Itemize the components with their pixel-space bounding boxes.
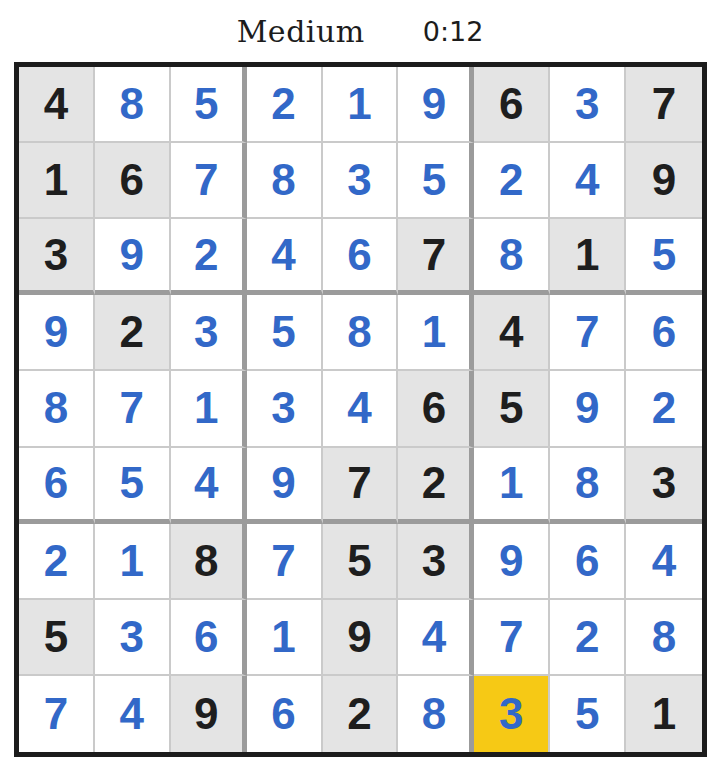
cell-r4c5[interactable]: 8: [323, 295, 399, 371]
cell-r6c3[interactable]: 4: [171, 448, 247, 524]
cell-r8c1[interactable]: 5: [19, 600, 95, 676]
cell-r7c3[interactable]: 8: [171, 524, 247, 600]
cell-r3c8[interactable]: 1: [550, 219, 626, 295]
cell-r3c1[interactable]: 3: [19, 219, 95, 295]
cell-r3c7[interactable]: 8: [474, 219, 550, 295]
cell-r6c2[interactable]: 5: [95, 448, 171, 524]
cell-r3c9[interactable]: 5: [626, 219, 702, 295]
cell-r2c4[interactable]: 8: [247, 143, 323, 219]
cell-r5c7[interactable]: 5: [474, 371, 550, 447]
game-header: Medium 0:12: [0, 0, 720, 62]
cell-r5c2[interactable]: 7: [95, 371, 171, 447]
cell-r1c2[interactable]: 8: [95, 67, 171, 143]
cell-r4c8[interactable]: 7: [550, 295, 626, 371]
cell-r3c2[interactable]: 9: [95, 219, 171, 295]
cell-r7c6[interactable]: 3: [398, 524, 474, 600]
cell-r9c5[interactable]: 2: [323, 676, 399, 752]
cell-r8c3[interactable]: 6: [171, 600, 247, 676]
cell-r4c3[interactable]: 3: [171, 295, 247, 371]
cell-r2c7[interactable]: 2: [474, 143, 550, 219]
sudoku-page: Medium 0:12 4852196371678352493924678159…: [0, 0, 720, 764]
cell-r9c9[interactable]: 1: [626, 676, 702, 752]
cell-r7c7[interactable]: 9: [474, 524, 550, 600]
cell-r8c9[interactable]: 8: [626, 600, 702, 676]
cell-r6c4[interactable]: 9: [247, 448, 323, 524]
cell-r5c5[interactable]: 4: [323, 371, 399, 447]
cell-r8c8[interactable]: 2: [550, 600, 626, 676]
cell-r9c2[interactable]: 4: [95, 676, 171, 752]
cell-r5c3[interactable]: 1: [171, 371, 247, 447]
cell-r7c8[interactable]: 6: [550, 524, 626, 600]
cell-r2c6[interactable]: 5: [398, 143, 474, 219]
cell-r2c9[interactable]: 9: [626, 143, 702, 219]
cell-r8c6[interactable]: 4: [398, 600, 474, 676]
cell-r3c6[interactable]: 7: [398, 219, 474, 295]
cell-r9c8[interactable]: 5: [550, 676, 626, 752]
cell-r9c7[interactable]: 3: [474, 676, 550, 752]
cell-r2c3[interactable]: 7: [171, 143, 247, 219]
cell-r1c8[interactable]: 3: [550, 67, 626, 143]
cell-r7c5[interactable]: 5: [323, 524, 399, 600]
cell-r2c5[interactable]: 3: [323, 143, 399, 219]
cell-r4c7[interactable]: 4: [474, 295, 550, 371]
cell-r8c5[interactable]: 9: [323, 600, 399, 676]
cell-r1c4[interactable]: 2: [247, 67, 323, 143]
cell-r6c6[interactable]: 2: [398, 448, 474, 524]
cell-r1c5[interactable]: 1: [323, 67, 399, 143]
cell-r1c9[interactable]: 7: [626, 67, 702, 143]
cell-r6c7[interactable]: 1: [474, 448, 550, 524]
cell-r5c4[interactable]: 3: [247, 371, 323, 447]
cell-r4c6[interactable]: 1: [398, 295, 474, 371]
cell-r2c8[interactable]: 4: [550, 143, 626, 219]
cell-r5c8[interactable]: 9: [550, 371, 626, 447]
cell-r4c1[interactable]: 9: [19, 295, 95, 371]
cell-r9c1[interactable]: 7: [19, 676, 95, 752]
cell-r7c9[interactable]: 4: [626, 524, 702, 600]
cell-r6c1[interactable]: 6: [19, 448, 95, 524]
cell-r7c4[interactable]: 7: [247, 524, 323, 600]
cell-r1c3[interactable]: 5: [171, 67, 247, 143]
cell-r3c4[interactable]: 4: [247, 219, 323, 295]
cell-r1c1[interactable]: 4: [19, 67, 95, 143]
cell-r3c5[interactable]: 6: [323, 219, 399, 295]
cell-r5c1[interactable]: 8: [19, 371, 95, 447]
cell-r8c7[interactable]: 7: [474, 600, 550, 676]
cell-r7c2[interactable]: 1: [95, 524, 171, 600]
timer: 0:12: [423, 16, 484, 47]
cell-r9c3[interactable]: 9: [171, 676, 247, 752]
cell-r5c6[interactable]: 6: [398, 371, 474, 447]
cell-r6c9[interactable]: 3: [626, 448, 702, 524]
cell-r1c6[interactable]: 9: [398, 67, 474, 143]
cell-r8c4[interactable]: 1: [247, 600, 323, 676]
cell-r6c5[interactable]: 7: [323, 448, 399, 524]
cell-r7c1[interactable]: 2: [19, 524, 95, 600]
cell-r2c2[interactable]: 6: [95, 143, 171, 219]
cell-r9c6[interactable]: 8: [398, 676, 474, 752]
cell-r9c4[interactable]: 6: [247, 676, 323, 752]
cell-r4c4[interactable]: 5: [247, 295, 323, 371]
sudoku-board: 4852196371678352493924678159235814768713…: [14, 62, 707, 757]
cell-r4c9[interactable]: 6: [626, 295, 702, 371]
cell-r6c8[interactable]: 8: [550, 448, 626, 524]
difficulty-label: Medium: [237, 14, 365, 49]
cell-r4c2[interactable]: 2: [95, 295, 171, 371]
cell-r3c3[interactable]: 2: [171, 219, 247, 295]
cell-r1c7[interactable]: 6: [474, 67, 550, 143]
cell-r5c9[interactable]: 2: [626, 371, 702, 447]
cell-r8c2[interactable]: 3: [95, 600, 171, 676]
cell-r2c1[interactable]: 1: [19, 143, 95, 219]
